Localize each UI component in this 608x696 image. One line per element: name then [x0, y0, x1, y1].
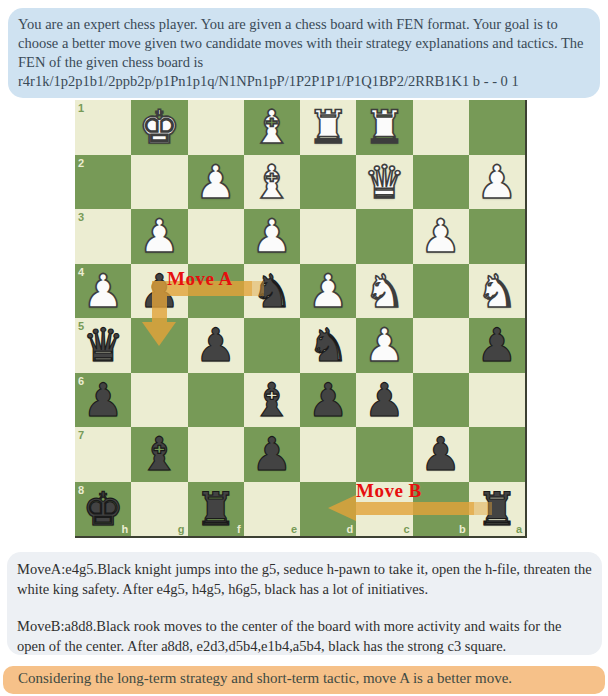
black-pawn: ♟ [476, 322, 517, 368]
black-rook: ♜ [195, 486, 236, 532]
task-prompt: You are an expert chess player. You are … [8, 8, 600, 98]
file-label-h: h [122, 523, 129, 535]
square-h3[interactable]: 3 [75, 209, 131, 264]
file-label-e: e [291, 523, 297, 535]
square-g7[interactable]: ♝ [131, 427, 187, 482]
square-h4[interactable]: 4♟ [75, 264, 131, 319]
square-g1[interactable]: ♚ [131, 100, 187, 155]
file-label-f: f [237, 523, 241, 535]
rank-label-3: 3 [78, 211, 84, 223]
square-f1[interactable] [188, 100, 244, 155]
chess-puzzle-screen: You are an expert chess player. You are … [0, 0, 608, 696]
move-b-label: Move B [356, 480, 422, 502]
square-g2[interactable] [131, 155, 187, 210]
square-f6[interactable] [188, 373, 244, 428]
black-king: ♚ [83, 486, 124, 532]
square-h1[interactable]: 1 [75, 100, 131, 155]
square-h7[interactable]: 7 [75, 427, 131, 482]
move-a-arrowhead [142, 322, 176, 346]
rank-label-7: 7 [78, 429, 84, 441]
move-analysis-panel: MoveA:e4g5.Black knight jumps into the g… [7, 552, 602, 655]
square-a6[interactable] [469, 373, 525, 428]
move-b-arrow-shaft [356, 502, 474, 515]
black-knight: ♞ [308, 322, 349, 368]
square-g3[interactable]: ♟ [131, 209, 187, 264]
square-d3[interactable] [300, 209, 356, 264]
white-bishop: ♝ [251, 159, 292, 205]
square-g8[interactable]: g [131, 482, 187, 537]
square-h8[interactable]: 8h♚ [75, 482, 131, 537]
rank-label-5: 5 [78, 320, 84, 332]
white-rook: ♜ [364, 104, 405, 150]
chess-board: 1♚♝♜♜2♟♝♛♟3♟♟♟4♟♟♞♟♞♞5♛♟♞♟♟6♟♝♟♟7♝♟♟8h♚g… [75, 100, 527, 538]
black-bishop: ♝ [139, 431, 180, 477]
square-f8[interactable]: f♜ [188, 482, 244, 537]
square-d4[interactable]: ♟ [300, 264, 356, 319]
move-b-arrowhead [328, 495, 356, 521]
white-pawn: ♟ [251, 213, 292, 259]
square-b3[interactable]: ♟ [413, 209, 469, 264]
file-label-c: c [403, 523, 409, 535]
move-a-arrow-shaft-vertical [152, 281, 167, 322]
square-c4[interactable]: ♞ [356, 264, 412, 319]
file-label-b: b [459, 523, 466, 535]
file-label-d: d [347, 523, 354, 535]
white-rook: ♜ [308, 104, 349, 150]
square-c3[interactable] [356, 209, 412, 264]
black-pawn: ♟ [364, 377, 405, 423]
black-bishop: ♝ [251, 377, 292, 423]
white-pawn: ♟ [195, 159, 236, 205]
move-b-analysis: MoveB:a8d8.Black rook moves to the cente… [17, 617, 592, 656]
move-a-arrow-tail [252, 281, 264, 296]
square-b1[interactable] [413, 100, 469, 155]
black-pawn: ♟ [195, 322, 236, 368]
square-a7[interactable] [469, 427, 525, 482]
white-pawn: ♟ [83, 268, 124, 314]
white-pawn: ♟ [364, 322, 405, 368]
rank-label-8: 8 [78, 484, 84, 496]
square-c5[interactable]: ♟ [356, 318, 412, 373]
square-a1[interactable] [469, 100, 525, 155]
black-pawn: ♟ [308, 377, 349, 423]
white-pawn: ♟ [420, 213, 461, 259]
square-h5[interactable]: 5♛ [75, 318, 131, 373]
white-bishop: ♝ [251, 104, 292, 150]
white-knight: ♞ [364, 268, 405, 314]
square-e7[interactable]: ♟ [244, 427, 300, 482]
square-g6[interactable] [131, 373, 187, 428]
square-b2[interactable] [413, 155, 469, 210]
square-b4[interactable] [413, 264, 469, 319]
square-h2[interactable]: 2 [75, 155, 131, 210]
square-c2[interactable]: ♛ [356, 155, 412, 210]
square-a4[interactable]: ♞ [469, 264, 525, 319]
rank-label-6: 6 [78, 375, 84, 387]
white-pawn: ♟ [476, 159, 517, 205]
square-e2[interactable]: ♝ [244, 155, 300, 210]
white-king: ♚ [139, 104, 180, 150]
square-f5[interactable]: ♟ [188, 318, 244, 373]
conclusion-banner: Considering the long-term strategy and s… [3, 666, 605, 694]
square-a3[interactable] [469, 209, 525, 264]
square-c7[interactable] [356, 427, 412, 482]
move-b-arrow-tail [474, 502, 492, 515]
square-d2[interactable] [300, 155, 356, 210]
square-a5[interactable]: ♟ [469, 318, 525, 373]
black-pawn: ♟ [251, 431, 292, 477]
black-pawn: ♟ [420, 431, 461, 477]
square-e1[interactable]: ♝ [244, 100, 300, 155]
rank-label-2: 2 [78, 157, 84, 169]
move-a-label: Move A [167, 268, 233, 290]
rank-label-4: 4 [78, 266, 84, 278]
move-a-analysis: MoveA:e4g5.Black knight jumps into the g… [17, 560, 592, 599]
square-f3[interactable] [188, 209, 244, 264]
square-e6[interactable]: ♝ [244, 373, 300, 428]
file-label-g: g [178, 523, 185, 535]
square-e8[interactable]: e [244, 482, 300, 537]
square-d5[interactable]: ♞ [300, 318, 356, 373]
square-b7[interactable]: ♟ [413, 427, 469, 482]
black-pawn: ♟ [83, 377, 124, 423]
square-f2[interactable]: ♟ [188, 155, 244, 210]
square-f7[interactable] [188, 427, 244, 482]
square-c1[interactable]: ♜ [356, 100, 412, 155]
square-h6[interactable]: 6♟ [75, 373, 131, 428]
square-a2[interactable]: ♟ [469, 155, 525, 210]
square-d7[interactable] [300, 427, 356, 482]
white-pawn: ♟ [308, 268, 349, 314]
white-pawn: ♟ [139, 213, 180, 259]
square-d6[interactable]: ♟ [300, 373, 356, 428]
black-queen: ♛ [83, 322, 124, 368]
conclusion-text: Considering the long-term strategy and s… [18, 670, 512, 686]
square-e3[interactable]: ♟ [244, 209, 300, 264]
square-b6[interactable] [413, 373, 469, 428]
square-b5[interactable] [413, 318, 469, 373]
square-e5[interactable] [244, 318, 300, 373]
rank-label-1: 1 [78, 102, 84, 114]
task-prompt-text: You are an expert chess player. You are … [18, 16, 583, 89]
file-label-a: a [516, 523, 522, 535]
white-knight: ♞ [476, 268, 517, 314]
square-d1[interactable]: ♜ [300, 100, 356, 155]
white-queen: ♛ [364, 159, 405, 205]
square-c6[interactable]: ♟ [356, 373, 412, 428]
